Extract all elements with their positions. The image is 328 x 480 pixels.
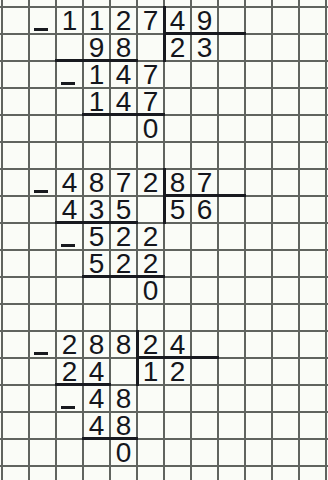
grid-cell bbox=[273, 62, 298, 87]
grid-cell bbox=[165, 116, 190, 141]
digit-cell: 4 bbox=[57, 170, 82, 195]
grid-cell bbox=[300, 386, 325, 411]
grid-cell bbox=[30, 143, 55, 168]
grid-cell bbox=[3, 224, 28, 249]
grid-cell bbox=[84, 278, 109, 303]
grid-cell bbox=[138, 386, 163, 411]
grid-cell bbox=[300, 413, 325, 438]
digit-cell: 0 bbox=[138, 278, 163, 303]
digit-cell: 0 bbox=[111, 440, 136, 465]
digit-cell: 5 bbox=[165, 197, 190, 222]
grid-cell bbox=[300, 305, 325, 330]
grid-cell bbox=[138, 143, 163, 168]
grid-cell bbox=[3, 413, 28, 438]
minus-dash bbox=[61, 406, 75, 409]
grid-cell bbox=[0, 440, 1, 465]
grid-cell bbox=[111, 305, 136, 330]
grid-cell bbox=[84, 305, 109, 330]
minus-dash bbox=[34, 190, 48, 193]
grid-cell bbox=[165, 386, 190, 411]
grid-cell bbox=[0, 0, 1, 6]
grid-cell bbox=[192, 143, 217, 168]
grid-cell bbox=[165, 89, 190, 114]
grid-cell bbox=[273, 8, 298, 33]
grid-cell bbox=[273, 305, 298, 330]
grid-cell bbox=[192, 224, 217, 249]
grid-cell bbox=[3, 467, 28, 480]
grid-cell bbox=[30, 413, 55, 438]
grid-cell bbox=[300, 251, 325, 276]
grid-cell bbox=[192, 359, 217, 384]
digit-cell: 9 bbox=[84, 35, 109, 60]
grid-cell bbox=[273, 35, 298, 60]
grid-cell bbox=[192, 440, 217, 465]
grid-cell bbox=[0, 305, 1, 330]
grid-cell bbox=[192, 305, 217, 330]
digit-cell: 8 bbox=[165, 170, 190, 195]
digit-cell: 2 bbox=[111, 224, 136, 249]
squared-paper-grid: 1127499823147147048728743556522522028824… bbox=[0, 0, 328, 480]
grid-cell bbox=[246, 0, 271, 6]
grid-cell bbox=[246, 467, 271, 480]
grid-cell bbox=[30, 224, 55, 249]
digit-cell: 6 bbox=[192, 197, 217, 222]
grid-cell bbox=[246, 305, 271, 330]
grid-cell bbox=[246, 440, 271, 465]
grid-cell bbox=[273, 0, 298, 6]
grid-cell bbox=[246, 89, 271, 114]
grid-cell bbox=[192, 386, 217, 411]
digit-cell: 4 bbox=[57, 197, 82, 222]
grid-cell bbox=[57, 89, 82, 114]
grid-cell bbox=[0, 332, 1, 357]
grid-cell bbox=[138, 197, 163, 222]
minus-sign bbox=[57, 62, 82, 87]
minus-dash bbox=[61, 244, 75, 247]
grid-cell bbox=[192, 332, 217, 357]
grid-cell bbox=[30, 62, 55, 87]
grid-cell bbox=[273, 359, 298, 384]
grid-cell bbox=[3, 89, 28, 114]
grid-cell bbox=[300, 224, 325, 249]
grid-cell bbox=[30, 305, 55, 330]
grid-cell bbox=[0, 89, 1, 114]
minus-dash bbox=[34, 352, 48, 355]
grid-cell bbox=[273, 251, 298, 276]
grid-cell bbox=[300, 62, 325, 87]
grid-cell bbox=[219, 332, 244, 357]
grid-cell bbox=[219, 251, 244, 276]
digit-cell: 2 bbox=[57, 359, 82, 384]
squared-paper-worksheet: 1127499823147147048728743556522522028824… bbox=[0, 0, 328, 480]
grid-cell bbox=[300, 170, 325, 195]
grid-cell bbox=[30, 116, 55, 141]
grid-cell bbox=[3, 143, 28, 168]
grid-cell bbox=[273, 467, 298, 480]
grid-cell bbox=[30, 35, 55, 60]
grid-cell bbox=[246, 386, 271, 411]
minus-sign bbox=[30, 8, 55, 33]
grid-cell bbox=[84, 116, 109, 141]
grid-cell bbox=[30, 251, 55, 276]
digit-cell: 1 bbox=[84, 62, 109, 87]
minus-sign bbox=[30, 170, 55, 195]
grid-cell bbox=[3, 440, 28, 465]
digit-cell: 1 bbox=[138, 359, 163, 384]
grid-cell bbox=[273, 197, 298, 222]
grid-cell bbox=[0, 62, 1, 87]
digit-cell: 1 bbox=[84, 8, 109, 33]
grid-cell bbox=[0, 251, 1, 276]
digit-cell: 4 bbox=[84, 413, 109, 438]
grid-cell bbox=[219, 170, 244, 195]
grid-cell bbox=[3, 278, 28, 303]
grid-cell bbox=[273, 386, 298, 411]
grid-cell bbox=[111, 116, 136, 141]
grid-cell bbox=[246, 224, 271, 249]
grid-cell bbox=[300, 197, 325, 222]
grid-cell bbox=[246, 8, 271, 33]
grid-cell bbox=[3, 386, 28, 411]
minus-sign bbox=[57, 224, 82, 249]
grid-cell bbox=[30, 386, 55, 411]
grid-cell bbox=[30, 440, 55, 465]
grid-cell bbox=[246, 35, 271, 60]
minus-dash bbox=[61, 82, 75, 85]
grid-cell bbox=[57, 278, 82, 303]
grid-cell bbox=[3, 62, 28, 87]
grid-cell bbox=[30, 278, 55, 303]
grid-cell bbox=[3, 0, 28, 6]
digit-cell: 2 bbox=[57, 332, 82, 357]
grid-cell bbox=[219, 413, 244, 438]
digit-cell: 2 bbox=[111, 251, 136, 276]
grid-cell bbox=[219, 440, 244, 465]
grid-cell bbox=[300, 8, 325, 33]
digit-cell: 5 bbox=[111, 197, 136, 222]
digit-cell: 7 bbox=[138, 89, 163, 114]
digit-cell: 2 bbox=[138, 251, 163, 276]
grid-cell bbox=[273, 413, 298, 438]
grid-cell bbox=[300, 0, 325, 6]
grid-cell bbox=[273, 89, 298, 114]
grid-cell bbox=[30, 89, 55, 114]
grid-cell bbox=[273, 116, 298, 141]
grid-cell bbox=[300, 278, 325, 303]
grid-cell bbox=[57, 413, 82, 438]
grid-cell bbox=[84, 467, 109, 480]
grid-cell bbox=[0, 359, 1, 384]
grid-cell bbox=[138, 440, 163, 465]
grid-cell bbox=[0, 278, 1, 303]
grid-cell bbox=[219, 197, 244, 222]
digit-cell: 1 bbox=[84, 89, 109, 114]
grid-cell bbox=[273, 224, 298, 249]
digit-cell: 5 bbox=[84, 224, 109, 249]
digit-cell: 4 bbox=[84, 386, 109, 411]
grid-cell bbox=[0, 170, 1, 195]
grid-cell bbox=[3, 116, 28, 141]
grid-cell bbox=[300, 35, 325, 60]
grid-cell bbox=[165, 62, 190, 87]
digit-cell: 1 bbox=[57, 8, 82, 33]
grid-cell bbox=[0, 35, 1, 60]
grid-cell bbox=[273, 440, 298, 465]
grid-cell bbox=[57, 305, 82, 330]
digit-cell: 8 bbox=[84, 170, 109, 195]
grid-cell bbox=[246, 62, 271, 87]
grid-cell bbox=[57, 440, 82, 465]
grid-cell bbox=[273, 278, 298, 303]
grid-cell bbox=[111, 143, 136, 168]
grid-cell bbox=[246, 116, 271, 141]
grid-cell bbox=[165, 305, 190, 330]
grid-cell bbox=[246, 251, 271, 276]
grid-cell bbox=[3, 332, 28, 357]
digit-cell: 4 bbox=[84, 359, 109, 384]
grid-cell bbox=[3, 8, 28, 33]
grid-cell bbox=[273, 143, 298, 168]
digit-cell: 8 bbox=[111, 35, 136, 60]
grid-cell bbox=[246, 359, 271, 384]
digit-cell: 0 bbox=[138, 116, 163, 141]
grid-cell bbox=[219, 386, 244, 411]
digit-cell: 4 bbox=[165, 8, 190, 33]
digit-cell: 2 bbox=[111, 8, 136, 33]
digit-cell: 8 bbox=[111, 413, 136, 438]
grid-cell bbox=[165, 224, 190, 249]
grid-cell bbox=[219, 0, 244, 6]
grid-cell bbox=[111, 278, 136, 303]
grid-cell bbox=[0, 467, 1, 480]
grid-cell bbox=[219, 89, 244, 114]
digit-cell: 4 bbox=[165, 332, 190, 357]
grid-cell bbox=[165, 413, 190, 438]
grid-cell bbox=[300, 467, 325, 480]
digit-cell: 2 bbox=[138, 332, 163, 357]
grid-cell bbox=[219, 305, 244, 330]
grid-cell bbox=[138, 467, 163, 480]
grid-cell bbox=[300, 359, 325, 384]
grid-cell bbox=[0, 197, 1, 222]
grid-cell bbox=[30, 0, 55, 6]
grid-cell bbox=[192, 116, 217, 141]
grid-cell bbox=[192, 278, 217, 303]
grid-cell bbox=[246, 332, 271, 357]
digit-cell: 2 bbox=[138, 170, 163, 195]
digit-cell: 9 bbox=[192, 8, 217, 33]
grid-cell bbox=[300, 440, 325, 465]
grid-cell bbox=[219, 143, 244, 168]
grid-cell bbox=[111, 359, 136, 384]
grid-cell bbox=[219, 116, 244, 141]
grid-cell bbox=[219, 35, 244, 60]
grid-cell bbox=[273, 170, 298, 195]
grid-cell bbox=[219, 224, 244, 249]
grid-cell bbox=[0, 224, 1, 249]
grid-cell bbox=[165, 467, 190, 480]
grid-cell bbox=[30, 359, 55, 384]
grid-cell bbox=[111, 467, 136, 480]
digit-cell: 7 bbox=[138, 8, 163, 33]
grid-cell bbox=[219, 8, 244, 33]
grid-cell bbox=[138, 413, 163, 438]
grid-cell bbox=[192, 467, 217, 480]
grid-cell bbox=[57, 251, 82, 276]
grid-cell bbox=[3, 35, 28, 60]
grid-cell bbox=[3, 170, 28, 195]
grid-cell bbox=[300, 332, 325, 357]
grid-cell bbox=[57, 143, 82, 168]
grid-cell bbox=[84, 143, 109, 168]
grid-cell bbox=[165, 251, 190, 276]
digit-cell: 2 bbox=[138, 224, 163, 249]
grid-cell bbox=[246, 413, 271, 438]
grid-cell bbox=[219, 467, 244, 480]
grid-cell bbox=[219, 62, 244, 87]
digit-cell: 3 bbox=[192, 35, 217, 60]
grid-cell bbox=[57, 35, 82, 60]
grid-cell bbox=[3, 251, 28, 276]
digit-cell: 2 bbox=[165, 35, 190, 60]
digit-cell: 4 bbox=[111, 89, 136, 114]
digit-cell: 7 bbox=[111, 170, 136, 195]
digit-cell: 5 bbox=[84, 251, 109, 276]
grid-cell bbox=[57, 467, 82, 480]
grid-cell bbox=[165, 278, 190, 303]
grid-cell bbox=[300, 89, 325, 114]
grid-cell bbox=[0, 116, 1, 141]
grid-cell bbox=[219, 278, 244, 303]
grid-cell bbox=[246, 170, 271, 195]
grid-cell bbox=[273, 332, 298, 357]
grid-cell bbox=[84, 440, 109, 465]
digit-cell: 2 bbox=[165, 359, 190, 384]
grid-cell bbox=[192, 251, 217, 276]
digit-cell: 7 bbox=[138, 62, 163, 87]
digit-cell: 7 bbox=[192, 170, 217, 195]
digit-cell: 8 bbox=[111, 386, 136, 411]
minus-sign bbox=[57, 386, 82, 411]
grid-cell bbox=[3, 305, 28, 330]
grid-cell bbox=[246, 143, 271, 168]
grid-cell bbox=[0, 143, 1, 168]
grid-cell bbox=[0, 386, 1, 411]
grid-cell bbox=[192, 89, 217, 114]
digit-cell: 3 bbox=[84, 197, 109, 222]
grid-cell bbox=[165, 143, 190, 168]
grid-cell bbox=[246, 197, 271, 222]
grid-cell bbox=[300, 116, 325, 141]
grid-cell bbox=[192, 413, 217, 438]
grid-cell bbox=[30, 197, 55, 222]
digit-cell: 4 bbox=[111, 62, 136, 87]
grid-cell bbox=[138, 305, 163, 330]
digit-cell: 8 bbox=[111, 332, 136, 357]
grid-cell bbox=[165, 440, 190, 465]
grid-cell bbox=[3, 197, 28, 222]
digit-cell: 8 bbox=[84, 332, 109, 357]
grid-cell bbox=[57, 116, 82, 141]
grid-cell bbox=[192, 62, 217, 87]
grid-cell bbox=[246, 278, 271, 303]
grid-cell bbox=[300, 143, 325, 168]
minus-dash bbox=[34, 28, 48, 31]
grid-cell bbox=[0, 8, 1, 33]
grid-cell bbox=[30, 467, 55, 480]
grid-cell bbox=[138, 35, 163, 60]
grid-cell bbox=[3, 359, 28, 384]
minus-sign bbox=[30, 332, 55, 357]
grid-cell bbox=[0, 413, 1, 438]
grid-cell bbox=[219, 359, 244, 384]
